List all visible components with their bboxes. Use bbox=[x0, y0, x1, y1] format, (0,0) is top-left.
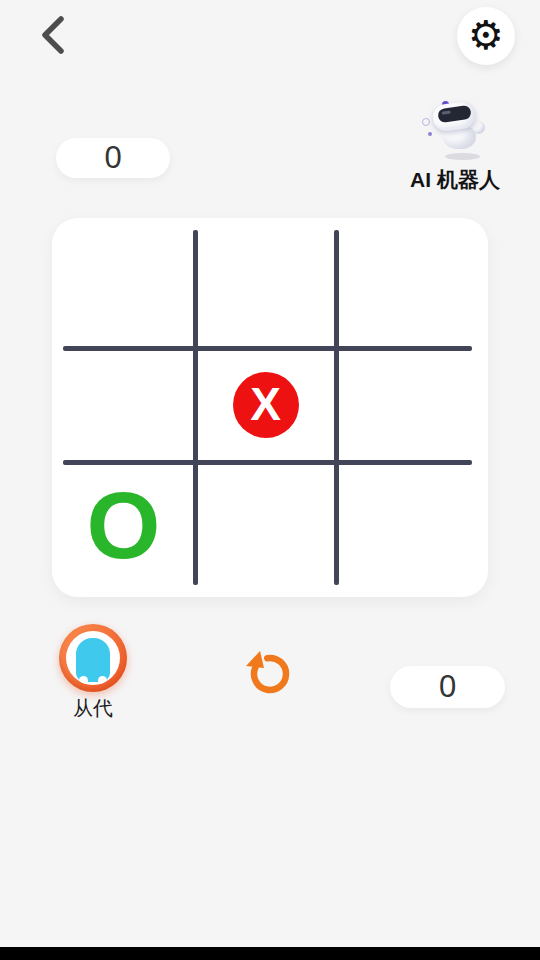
cell-r2c2[interactable] bbox=[336, 462, 488, 597]
board: XO bbox=[52, 218, 488, 597]
game-screen: ⚙ AI 机器人 0 0 XO 从代 bbox=[0, 0, 540, 960]
head-notch bbox=[98, 676, 107, 685]
grid-line-vertical-2 bbox=[334, 230, 339, 585]
grid-line-vertical-1 bbox=[193, 230, 198, 585]
player-avatar bbox=[59, 624, 127, 692]
player-score-value: 0 bbox=[439, 669, 456, 705]
grid-line-horizontal-2 bbox=[63, 460, 472, 465]
cell-r0c2[interactable] bbox=[336, 218, 488, 348]
restart-counterclockwise-arrow-icon bbox=[243, 646, 295, 700]
avatar-inner-circle bbox=[66, 631, 120, 685]
cell-r2c1[interactable] bbox=[195, 462, 336, 597]
settings-button[interactable]: ⚙ bbox=[457, 7, 515, 65]
opponent-label: AI 机器人 bbox=[400, 166, 510, 194]
gear-icon: ⚙ bbox=[468, 15, 504, 55]
person-head-icon bbox=[76, 638, 110, 682]
board-cells: XO bbox=[52, 218, 488, 597]
cell-r2c0[interactable]: O bbox=[52, 462, 195, 597]
restart-button[interactable] bbox=[241, 644, 297, 702]
head-notch bbox=[79, 676, 88, 685]
chevron-left-icon bbox=[36, 14, 76, 56]
piece-o: O bbox=[87, 478, 161, 573]
player-score: 0 bbox=[390, 666, 505, 708]
cell-r1c2[interactable] bbox=[336, 348, 488, 462]
cell-r0c1[interactable] bbox=[195, 218, 336, 348]
robot-icon bbox=[410, 86, 500, 170]
piece-x: X bbox=[233, 372, 299, 438]
opponent-score-value: 0 bbox=[104, 140, 121, 176]
opponent-score: 0 bbox=[56, 138, 170, 178]
robot-shadow bbox=[445, 153, 480, 160]
robot-arm bbox=[472, 121, 485, 134]
bottom-nav-bar bbox=[0, 947, 540, 960]
grid-line-horizontal-1 bbox=[63, 346, 472, 351]
cell-r0c0[interactable] bbox=[52, 218, 195, 348]
back-button[interactable] bbox=[34, 12, 78, 58]
sparkle-dot bbox=[428, 132, 432, 136]
cell-r1c1[interactable]: X bbox=[195, 348, 336, 462]
visor-glint bbox=[442, 111, 451, 115]
player-name: 从代 bbox=[53, 695, 133, 722]
cell-r1c0[interactable] bbox=[52, 348, 195, 462]
sparkle-ring bbox=[422, 118, 430, 126]
